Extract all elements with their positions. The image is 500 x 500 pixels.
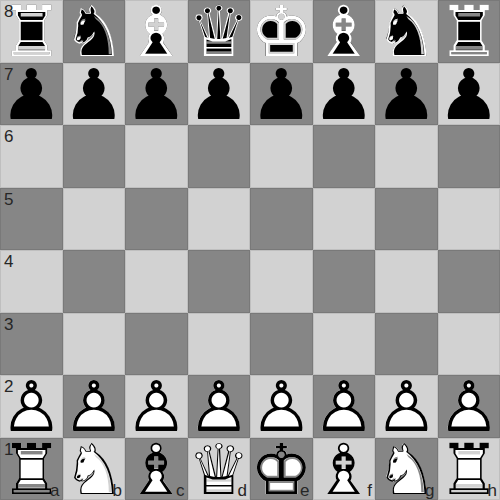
square-e1[interactable]: e♚♔ [250,438,313,500]
square-g7[interactable]: ♟ [375,63,438,126]
white-knight-icon[interactable]: ♞♘ [375,438,438,500]
square-b4[interactable] [63,250,126,313]
square-c7[interactable]: ♟ [125,63,188,126]
chess-board-container: 8♜♖♞♘♝♗♛♕♚♔♝♗♞♘♜♖7♟♟♟♟♟♟♟♟65432♟♙♟♙♟♙♟♙♟… [0,0,500,500]
square-b5[interactable] [63,188,126,251]
black-pawn-icon[interactable]: ♟ [375,63,438,126]
square-h1[interactable]: h♜♖ [438,438,500,500]
black-pawn-icon[interactable]: ♟ [250,63,313,126]
chess-board: 8♜♖♞♘♝♗♛♕♚♔♝♗♞♘♜♖7♟♟♟♟♟♟♟♟65432♟♙♟♙♟♙♟♙♟… [0,0,500,500]
square-b7[interactable]: ♟ [63,63,126,126]
square-a4[interactable]: 4 [0,250,63,313]
rank-label-5: 5 [4,191,13,208]
square-e5[interactable] [250,188,313,251]
square-a1[interactable]: 1a♜♖ [0,438,63,500]
square-d4[interactable] [188,250,251,313]
square-d1[interactable]: d♛♕ [188,438,251,500]
black-pawn-icon[interactable]: ♟ [313,63,376,126]
black-pawn-icon[interactable]: ♟ [125,63,188,126]
square-c5[interactable] [125,188,188,251]
white-king-icon[interactable]: ♚♔ [250,438,313,500]
black-pawn-icon[interactable]: ♟ [0,63,63,126]
black-pawn-icon[interactable]: ♟ [63,63,126,126]
square-b1[interactable]: b♞♘ [63,438,126,500]
white-rook-icon[interactable]: ♜♖ [0,438,63,500]
white-rook-icon[interactable]: ♜♖ [438,438,500,500]
square-c4[interactable] [125,250,188,313]
white-knight-icon[interactable]: ♞♘ [63,438,126,500]
square-h5[interactable] [438,188,500,251]
square-f7[interactable]: ♟ [313,63,376,126]
square-f5[interactable] [313,188,376,251]
square-f1[interactable]: f♝♗ [313,438,376,500]
square-f4[interactable] [313,250,376,313]
black-pawn-icon[interactable]: ♟ [438,63,500,126]
square-g1[interactable]: g♞♘ [375,438,438,500]
square-g4[interactable] [375,250,438,313]
square-d7[interactable]: ♟ [188,63,251,126]
square-d5[interactable] [188,188,251,251]
square-e4[interactable] [250,250,313,313]
white-bishop-icon[interactable]: ♝♗ [125,438,188,500]
square-h7[interactable]: ♟ [438,63,500,126]
square-a5[interactable]: 5 [0,188,63,251]
square-g5[interactable] [375,188,438,251]
white-queen-icon[interactable]: ♛♕ [188,438,251,500]
square-e7[interactable]: ♟ [250,63,313,126]
white-bishop-icon[interactable]: ♝♗ [313,438,376,500]
black-pawn-icon[interactable]: ♟ [188,63,251,126]
square-a7[interactable]: 7♟ [0,63,63,126]
rank-label-3: 3 [4,316,13,333]
square-c1[interactable]: c♝♗ [125,438,188,500]
square-h4[interactable] [438,250,500,313]
rank-label-4: 4 [4,253,13,270]
